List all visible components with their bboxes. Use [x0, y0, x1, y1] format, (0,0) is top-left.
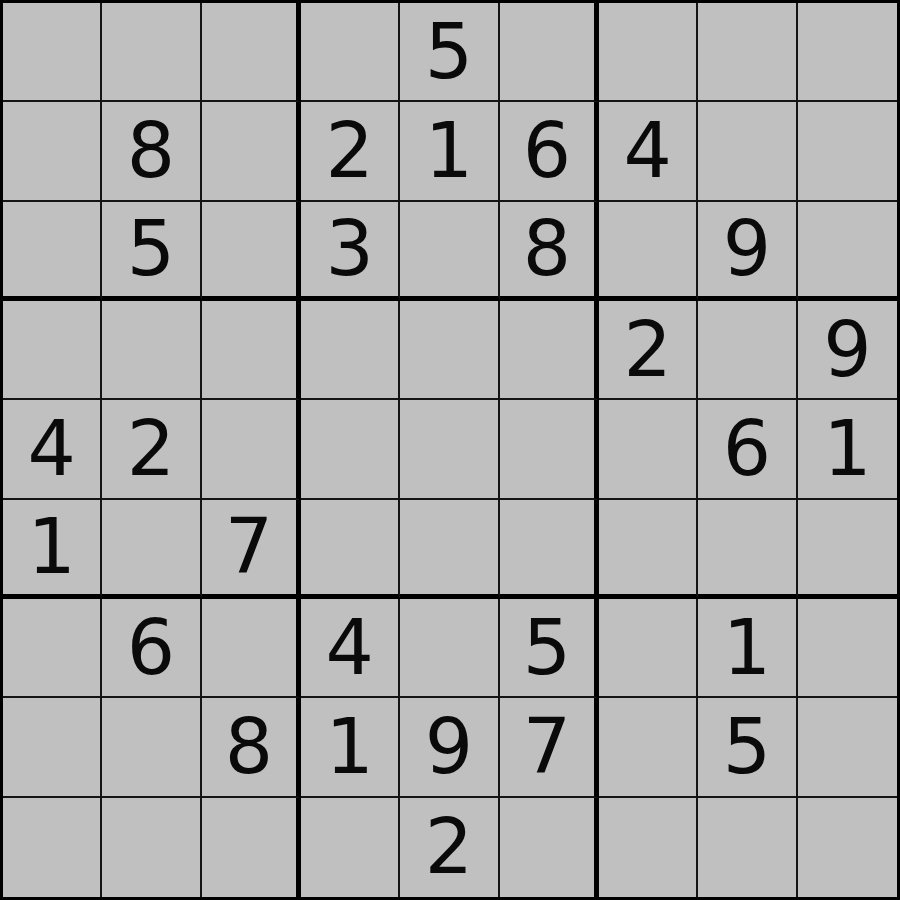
sudoku-cell-r2c4[interactable]: 2 — [301, 102, 400, 201]
sudoku-cell-r2c8[interactable] — [698, 102, 797, 201]
sudoku-cell-r9c8[interactable] — [698, 798, 797, 897]
sudoku-cell-r8c7[interactable] — [599, 698, 698, 797]
sudoku-cell-r5c2[interactable]: 2 — [102, 400, 201, 499]
sudoku-cell-r8c8[interactable]: 5 — [698, 698, 797, 797]
sudoku-cell-r6c4[interactable] — [301, 500, 400, 599]
sudoku-board: 5821645389294261176451819752 — [0, 0, 900, 900]
sudoku-cell-r3c5[interactable] — [400, 202, 499, 301]
sudoku-cell-r7c8[interactable]: 1 — [698, 599, 797, 698]
sudoku-cell-r6c1[interactable]: 1 — [3, 500, 102, 599]
sudoku-cell-r4c5[interactable] — [400, 301, 499, 400]
sudoku-cell-r4c9[interactable]: 9 — [798, 301, 897, 400]
sudoku-cell-r5c4[interactable] — [301, 400, 400, 499]
sudoku-cell-r3c9[interactable] — [798, 202, 897, 301]
sudoku-cell-r5c3[interactable] — [202, 400, 301, 499]
sudoku-cell-r9c3[interactable] — [202, 798, 301, 897]
sudoku-cell-r8c1[interactable] — [3, 698, 102, 797]
sudoku-cell-r9c9[interactable] — [798, 798, 897, 897]
sudoku-cell-r6c8[interactable] — [698, 500, 797, 599]
sudoku-cell-r6c9[interactable] — [798, 500, 897, 599]
sudoku-cell-r5c8[interactable]: 6 — [698, 400, 797, 499]
sudoku-cell-r6c5[interactable] — [400, 500, 499, 599]
sudoku-cell-r9c1[interactable] — [3, 798, 102, 897]
sudoku-cell-r3c6[interactable]: 8 — [500, 202, 599, 301]
sudoku-cell-r7c5[interactable] — [400, 599, 499, 698]
sudoku-cell-r4c7[interactable]: 2 — [599, 301, 698, 400]
sudoku-cell-r9c2[interactable] — [102, 798, 201, 897]
sudoku-cell-r5c6[interactable] — [500, 400, 599, 499]
sudoku-cell-r8c4[interactable]: 1 — [301, 698, 400, 797]
sudoku-cell-r7c6[interactable]: 5 — [500, 599, 599, 698]
sudoku-cell-r7c9[interactable] — [798, 599, 897, 698]
sudoku-cell-r8c9[interactable] — [798, 698, 897, 797]
sudoku-cell-r2c9[interactable] — [798, 102, 897, 201]
sudoku-cell-r1c7[interactable] — [599, 3, 698, 102]
sudoku-cell-r4c8[interactable] — [698, 301, 797, 400]
sudoku-cell-r7c1[interactable] — [3, 599, 102, 698]
sudoku-cell-r4c2[interactable] — [102, 301, 201, 400]
sudoku-cell-r7c2[interactable]: 6 — [102, 599, 201, 698]
sudoku-cell-r1c2[interactable] — [102, 3, 201, 102]
sudoku-cell-r7c4[interactable]: 4 — [301, 599, 400, 698]
sudoku-cell-r2c3[interactable] — [202, 102, 301, 201]
sudoku-cell-r1c6[interactable] — [500, 3, 599, 102]
sudoku-cell-r2c7[interactable]: 4 — [599, 102, 698, 201]
sudoku-cell-r9c4[interactable] — [301, 798, 400, 897]
sudoku-cell-r5c1[interactable]: 4 — [3, 400, 102, 499]
sudoku-cell-r3c7[interactable] — [599, 202, 698, 301]
sudoku-cell-r3c3[interactable] — [202, 202, 301, 301]
sudoku-cell-r1c9[interactable] — [798, 3, 897, 102]
sudoku-cell-r8c2[interactable] — [102, 698, 201, 797]
sudoku-cell-r3c4[interactable]: 3 — [301, 202, 400, 301]
sudoku-cell-r3c1[interactable] — [3, 202, 102, 301]
sudoku-cell-r6c2[interactable] — [102, 500, 201, 599]
sudoku-cell-r4c3[interactable] — [202, 301, 301, 400]
sudoku-cell-r2c5[interactable]: 1 — [400, 102, 499, 201]
sudoku-cell-r2c6[interactable]: 6 — [500, 102, 599, 201]
sudoku-cell-r5c7[interactable] — [599, 400, 698, 499]
sudoku-cell-r5c5[interactable] — [400, 400, 499, 499]
sudoku-cell-r5c9[interactable]: 1 — [798, 400, 897, 499]
sudoku-cell-r4c4[interactable] — [301, 301, 400, 400]
sudoku-cell-r2c1[interactable] — [3, 102, 102, 201]
sudoku-cell-r7c7[interactable] — [599, 599, 698, 698]
sudoku-cell-r8c5[interactable]: 9 — [400, 698, 499, 797]
sudoku-cell-r4c1[interactable] — [3, 301, 102, 400]
sudoku-cell-r3c8[interactable]: 9 — [698, 202, 797, 301]
sudoku-cell-r6c3[interactable]: 7 — [202, 500, 301, 599]
sudoku-cell-r1c5[interactable]: 5 — [400, 3, 499, 102]
sudoku-cell-r1c4[interactable] — [301, 3, 400, 102]
sudoku-cell-r1c3[interactable] — [202, 3, 301, 102]
sudoku-cell-r8c3[interactable]: 8 — [202, 698, 301, 797]
sudoku-cell-r1c8[interactable] — [698, 3, 797, 102]
sudoku-cell-r9c6[interactable] — [500, 798, 599, 897]
sudoku-cell-r2c2[interactable]: 8 — [102, 102, 201, 201]
sudoku-cell-r9c5[interactable]: 2 — [400, 798, 499, 897]
sudoku-cell-r1c1[interactable] — [3, 3, 102, 102]
sudoku-cell-r7c3[interactable] — [202, 599, 301, 698]
sudoku-cell-r3c2[interactable]: 5 — [102, 202, 201, 301]
sudoku-cell-r8c6[interactable]: 7 — [500, 698, 599, 797]
sudoku-cell-r9c7[interactable] — [599, 798, 698, 897]
sudoku-cell-r6c7[interactable] — [599, 500, 698, 599]
sudoku-cell-r4c6[interactable] — [500, 301, 599, 400]
sudoku-cell-r6c6[interactable] — [500, 500, 599, 599]
